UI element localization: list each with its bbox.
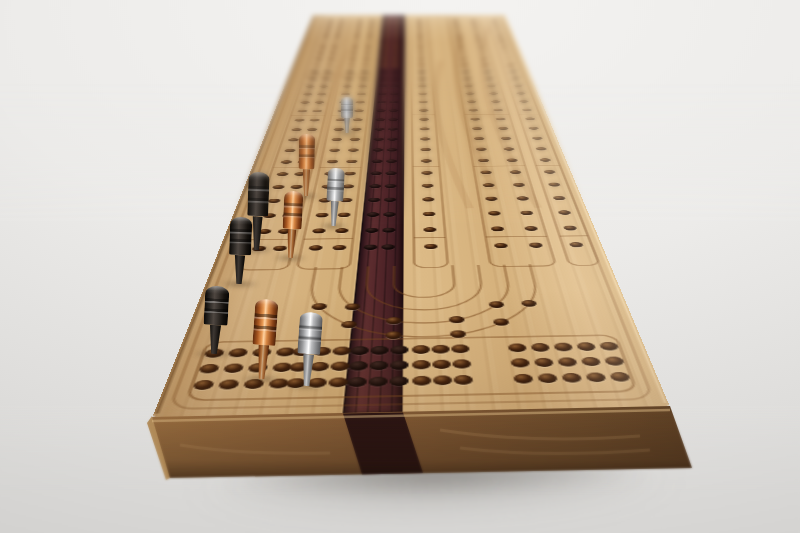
peg-silver-9[interactable]	[295, 311, 323, 386]
photo-scene	[0, 0, 800, 533]
peg-tip	[328, 201, 339, 226]
peg-head	[229, 217, 252, 256]
peg-head	[341, 97, 353, 118]
peg-head	[247, 172, 270, 217]
peg-silver-3[interactable]	[325, 168, 345, 227]
peg-tip	[299, 354, 315, 387]
peg-copper-2[interactable]	[298, 134, 315, 196]
peg-head	[297, 311, 323, 355]
peg-tip	[207, 324, 222, 354]
board-front-face	[0, 0, 800, 533]
peg-head	[252, 298, 278, 345]
peg-tip	[254, 344, 270, 379]
peg-tip	[233, 255, 247, 284]
peg-tip	[284, 229, 297, 258]
peg-silver-1[interactable]	[341, 97, 353, 133]
peg-head	[326, 168, 345, 202]
peg-tip	[344, 118, 351, 133]
peg-head	[298, 134, 315, 170]
peg-head	[204, 285, 230, 325]
peg-black-7[interactable]	[202, 285, 230, 354]
peg-copper-8[interactable]	[250, 298, 279, 379]
peg-copper-5[interactable]	[281, 191, 303, 259]
peg-black-6[interactable]	[228, 217, 252, 285]
peg-head	[282, 191, 303, 230]
front-face-shadow	[152, 406, 692, 478]
